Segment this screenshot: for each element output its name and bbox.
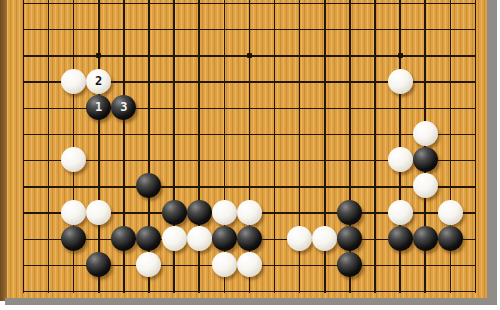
grid-line-horizontal: [23, 291, 477, 293]
grid-line-vertical: [48, 0, 50, 293]
stone-white[interactable]: [237, 200, 262, 225]
stone-black[interactable]: [162, 200, 187, 225]
stone-white[interactable]: [388, 69, 413, 94]
grid-line-vertical: [98, 0, 100, 293]
stone-black[interactable]: [413, 226, 438, 251]
stone-black[interactable]: [187, 200, 212, 225]
stone-black[interactable]: [212, 226, 237, 251]
page-background: 213: [0, 0, 500, 310]
star-point: [96, 53, 101, 58]
stone-white[interactable]: [438, 200, 463, 225]
stone-black[interactable]: [438, 226, 463, 251]
stone-white[interactable]: [413, 121, 438, 146]
stone-white[interactable]: [237, 252, 262, 277]
stone-white[interactable]: [287, 226, 312, 251]
stone-white[interactable]: [312, 226, 337, 251]
grid-line-vertical: [475, 0, 477, 293]
stone-black-move-1[interactable]: 1: [86, 95, 111, 120]
stone-white[interactable]: [388, 147, 413, 172]
stone-black[interactable]: [237, 226, 262, 251]
stone-black[interactable]: [61, 226, 86, 251]
stone-white[interactable]: [212, 200, 237, 225]
board-shadow-right: [487, 0, 497, 305]
move-number-label: 3: [120, 101, 127, 113]
grid-line-vertical: [274, 0, 276, 293]
grid-line-horizontal: [23, 29, 477, 31]
stone-white[interactable]: [187, 226, 212, 251]
stone-white[interactable]: [212, 252, 237, 277]
stone-black[interactable]: [388, 226, 413, 251]
board-shadow-bottom: [5, 298, 497, 305]
stone-black[interactable]: [111, 226, 136, 251]
stone-black-move-3[interactable]: 3: [111, 95, 136, 120]
move-number-label: 2: [95, 75, 102, 87]
star-point: [247, 53, 252, 58]
grid-line-horizontal: [23, 3, 477, 5]
stone-black[interactable]: [337, 226, 362, 251]
stone-white[interactable]: [86, 200, 111, 225]
grid-line-horizontal: [23, 186, 477, 188]
board-left-edge: [0, 0, 7, 301]
move-number-label: 1: [95, 101, 102, 113]
stone-black[interactable]: [337, 200, 362, 225]
stone-white[interactable]: [61, 200, 86, 225]
stone-black[interactable]: [413, 147, 438, 172]
stone-white[interactable]: [61, 69, 86, 94]
grid-line-vertical: [374, 0, 376, 293]
grid-line-horizontal: [23, 134, 477, 136]
star-point: [398, 53, 403, 58]
stone-white-move-2[interactable]: 2: [86, 69, 111, 94]
stone-white[interactable]: [388, 200, 413, 225]
stone-white[interactable]: [162, 226, 187, 251]
stone-white[interactable]: [413, 173, 438, 198]
grid-line-vertical: [23, 0, 25, 293]
